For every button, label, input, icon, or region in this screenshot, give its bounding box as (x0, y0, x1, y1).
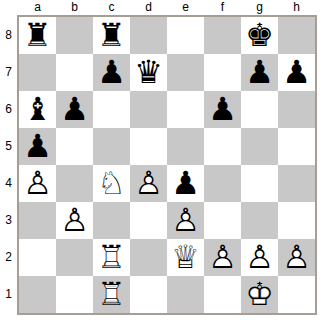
square-d4[interactable]: ♟♙ (130, 165, 167, 202)
square-h6[interactable] (278, 91, 315, 128)
square-b4[interactable] (56, 165, 93, 202)
square-b6[interactable]: ♟ (56, 91, 93, 128)
square-g3[interactable] (241, 202, 278, 239)
piece-outline-layer: ♙ (208, 241, 237, 273)
black-queen-icon: ♛ (130, 54, 167, 91)
rank-label-3: 3 (0, 202, 17, 239)
square-d3[interactable] (130, 202, 167, 239)
square-h8[interactable] (278, 17, 315, 54)
black-pawn-icon: ♟ (278, 54, 315, 91)
square-c8[interactable]: ♜ (93, 17, 130, 54)
white-rook-icon: ♜♖ (93, 239, 130, 276)
square-g2[interactable]: ♟♙ (241, 239, 278, 276)
square-c6[interactable] (93, 91, 130, 128)
square-d7[interactable]: ♛ (130, 54, 167, 91)
file-label-b: b (56, 0, 93, 15)
file-label-a: a (19, 0, 56, 15)
square-a7[interactable] (19, 54, 56, 91)
piece-fill-layer: ♟ (97, 56, 126, 88)
square-e7[interactable] (167, 54, 204, 91)
board: ♜♜♚♟♛♟♟♝♟♟♟♟♙♞♘♟♙♟♟♙♟♙♜♖♛♕♟♙♟♙♟♙♜♖♚♔ (17, 15, 317, 315)
square-h1[interactable] (278, 276, 315, 313)
square-f7[interactable] (204, 54, 241, 91)
white-rook-icon: ♜♖ (93, 276, 130, 313)
piece-fill-layer: ♝ (23, 93, 52, 125)
file-label-e: e (167, 0, 204, 15)
rank-label-1: 1 (0, 276, 17, 313)
file-label-h: h (278, 0, 315, 15)
square-g7[interactable]: ♟ (241, 54, 278, 91)
square-f5[interactable] (204, 128, 241, 165)
square-g5[interactable] (241, 128, 278, 165)
square-b1[interactable] (56, 276, 93, 313)
square-c3[interactable] (93, 202, 130, 239)
square-f4[interactable] (204, 165, 241, 202)
square-f8[interactable] (204, 17, 241, 54)
black-pawn-icon: ♟ (56, 91, 93, 128)
square-c5[interactable] (93, 128, 130, 165)
piece-outline-layer: ♙ (60, 204, 89, 236)
white-pawn-icon: ♟♙ (278, 239, 315, 276)
rank-label-5: 5 (0, 128, 17, 165)
square-h7[interactable]: ♟ (278, 54, 315, 91)
black-pawn-icon: ♟ (204, 91, 241, 128)
black-pawn-icon: ♟ (19, 128, 56, 165)
square-f3[interactable] (204, 202, 241, 239)
rank-label-4: 4 (0, 165, 17, 202)
piece-fill-layer: ♚ (245, 19, 274, 51)
square-d1[interactable] (130, 276, 167, 313)
square-a6[interactable]: ♝ (19, 91, 56, 128)
square-g6[interactable] (241, 91, 278, 128)
white-pawn-icon: ♟♙ (130, 165, 167, 202)
square-e1[interactable] (167, 276, 204, 313)
piece-fill-layer: ♟ (208, 93, 237, 125)
white-king-icon: ♚♔ (241, 276, 278, 313)
square-e4[interactable]: ♟ (167, 165, 204, 202)
square-b3[interactable]: ♟♙ (56, 202, 93, 239)
white-pawn-icon: ♟♙ (241, 239, 278, 276)
square-c7[interactable]: ♟ (93, 54, 130, 91)
square-b8[interactable] (56, 17, 93, 54)
square-d2[interactable] (130, 239, 167, 276)
square-h4[interactable] (278, 165, 315, 202)
white-knight-icon: ♞♘ (93, 165, 130, 202)
square-c2[interactable]: ♜♖ (93, 239, 130, 276)
piece-fill-layer: ♟ (60, 93, 89, 125)
square-b5[interactable] (56, 128, 93, 165)
black-king-icon: ♚ (241, 17, 278, 54)
rank-label-6: 6 (0, 91, 17, 128)
square-a4[interactable]: ♟♙ (19, 165, 56, 202)
file-label-d: d (130, 0, 167, 15)
square-e8[interactable] (167, 17, 204, 54)
square-a2[interactable] (19, 239, 56, 276)
square-d5[interactable] (130, 128, 167, 165)
chess-board-diagram: abcdefgh 87654321 ♜♜♚♟♛♟♟♝♟♟♟♟♙♞♘♟♙♟♟♙♟♙… (0, 0, 320, 320)
square-g4[interactable] (241, 165, 278, 202)
square-a5[interactable]: ♟ (19, 128, 56, 165)
square-h3[interactable] (278, 202, 315, 239)
rank-label-2: 2 (0, 239, 17, 276)
piece-outline-layer: ♖ (97, 278, 126, 310)
white-pawn-icon: ♟♙ (167, 202, 204, 239)
white-pawn-icon: ♟♙ (56, 202, 93, 239)
piece-outline-layer: ♙ (23, 167, 52, 199)
piece-outline-layer: ♘ (97, 167, 126, 199)
piece-fill-layer: ♜ (23, 19, 52, 51)
square-e3[interactable]: ♟♙ (167, 202, 204, 239)
piece-outline-layer: ♕ (171, 241, 200, 273)
white-queen-icon: ♛♕ (167, 239, 204, 276)
square-g1[interactable]: ♚♔ (241, 276, 278, 313)
square-c1[interactable]: ♜♖ (93, 276, 130, 313)
square-e2[interactable]: ♛♕ (167, 239, 204, 276)
file-label-g: g (241, 0, 278, 15)
square-d8[interactable] (130, 17, 167, 54)
piece-fill-layer: ♟ (245, 56, 274, 88)
black-pawn-icon: ♟ (167, 165, 204, 202)
square-e5[interactable] (167, 128, 204, 165)
square-a8[interactable]: ♜ (19, 17, 56, 54)
piece-fill-layer: ♟ (171, 167, 200, 199)
rank-labels: 87654321 (0, 17, 17, 313)
square-a3[interactable] (19, 202, 56, 239)
piece-outline-layer: ♙ (134, 167, 163, 199)
piece-outline-layer: ♙ (171, 204, 200, 236)
square-c4[interactable]: ♞♘ (93, 165, 130, 202)
black-pawn-icon: ♟ (93, 54, 130, 91)
square-h2[interactable]: ♟♙ (278, 239, 315, 276)
square-f6[interactable]: ♟ (204, 91, 241, 128)
file-label-c: c (93, 0, 130, 15)
square-b2[interactable] (56, 239, 93, 276)
piece-outline-layer: ♖ (97, 241, 126, 273)
piece-fill-layer: ♛ (134, 56, 163, 88)
rank-label-8: 8 (0, 17, 17, 54)
white-pawn-icon: ♟♙ (19, 165, 56, 202)
black-pawn-icon: ♟ (241, 54, 278, 91)
file-labels: abcdefgh (19, 0, 315, 15)
square-d6[interactable] (130, 91, 167, 128)
piece-fill-layer: ♟ (282, 56, 311, 88)
white-pawn-icon: ♟♙ (204, 239, 241, 276)
square-b7[interactable] (56, 54, 93, 91)
square-f1[interactable] (204, 276, 241, 313)
square-f2[interactable]: ♟♙ (204, 239, 241, 276)
square-a1[interactable] (19, 276, 56, 313)
black-rook-icon: ♜ (93, 17, 130, 54)
black-bishop-icon: ♝ (19, 91, 56, 128)
square-e6[interactable] (167, 91, 204, 128)
file-label-f: f (204, 0, 241, 15)
rank-label-7: 7 (0, 54, 17, 91)
square-g8[interactable]: ♚ (241, 17, 278, 54)
black-rook-icon: ♜ (19, 17, 56, 54)
piece-fill-layer: ♜ (97, 19, 126, 51)
square-h5[interactable] (278, 128, 315, 165)
piece-outline-layer: ♙ (282, 241, 311, 273)
piece-outline-layer: ♙ (245, 241, 274, 273)
piece-fill-layer: ♟ (23, 130, 52, 162)
piece-outline-layer: ♔ (245, 278, 274, 310)
